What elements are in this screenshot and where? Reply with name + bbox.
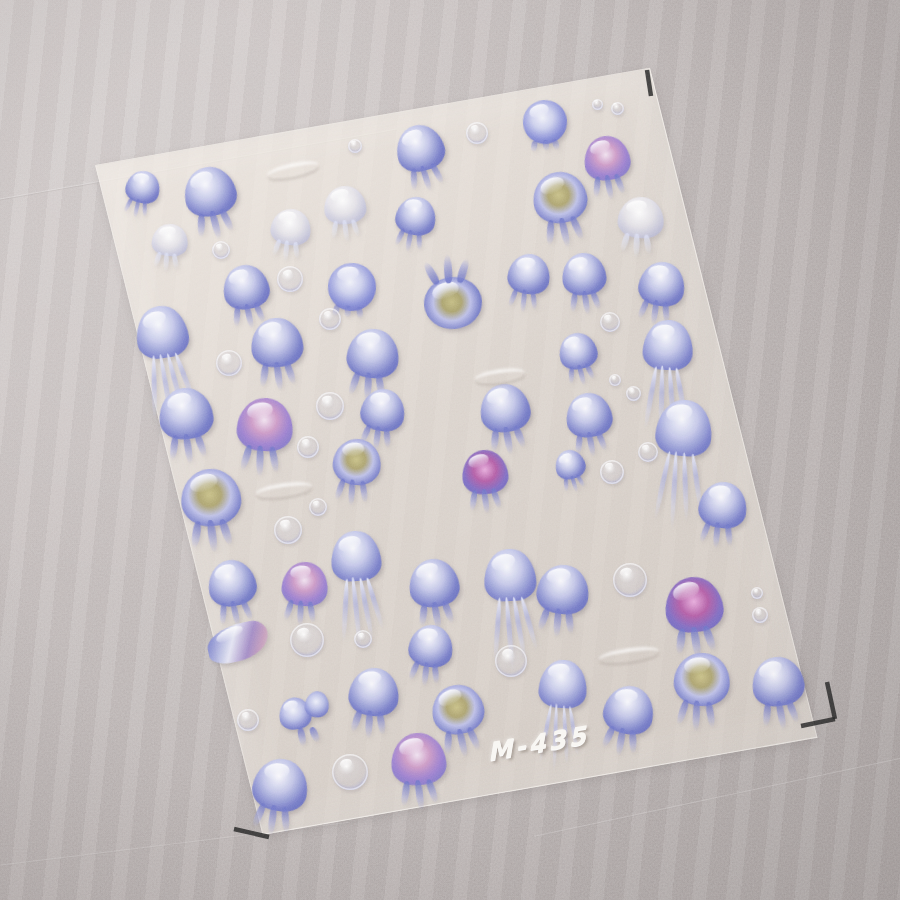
jelly-dome [466, 122, 488, 144]
jellyfish-sticker [150, 222, 189, 258]
bubble-sticker [309, 498, 327, 516]
jelly-dome [345, 327, 402, 382]
bubble-sticker [613, 563, 647, 597]
jellyfish-sticker [477, 381, 533, 435]
jelly-dome [422, 274, 484, 331]
bubble-sticker [290, 623, 324, 657]
jellyfish-sticker [345, 327, 402, 382]
jelly-dome [216, 350, 242, 376]
jellyfish-sticker [749, 654, 807, 710]
jellyfish-sticker [329, 529, 382, 582]
bubble-sticker [626, 386, 641, 401]
jelly-dome [613, 563, 647, 597]
bubble-sticker [212, 241, 230, 259]
jellyfish-sticker [636, 258, 689, 309]
bubble-sticker [319, 308, 341, 330]
jelly-dome [752, 607, 768, 623]
jellyfish-sticker [422, 274, 484, 331]
jelly-dome [388, 731, 447, 788]
jellyfish-sticker [483, 548, 538, 603]
jelly-dome [133, 303, 192, 362]
jellyfish-sticker [388, 731, 447, 788]
bubble-sticker [752, 607, 768, 623]
jellyfish-sticker [322, 184, 367, 225]
jellyfish-sticker [133, 303, 192, 362]
jelly-dome [237, 709, 259, 731]
jellyfish-sticker [460, 448, 510, 496]
bubble-sticker [297, 436, 319, 458]
jelly-dome [611, 102, 624, 115]
jellyfish-sticker [505, 251, 552, 296]
jellyfish-sticker [156, 386, 215, 443]
jelly-dome [277, 266, 303, 292]
jellyfish-sticker [331, 437, 384, 487]
jelly-dome [212, 241, 230, 259]
jellyfish-sticker [179, 466, 244, 528]
jellyfish-sticker [347, 666, 402, 718]
jelly-dome [751, 587, 763, 599]
jellyfish-sticker [560, 251, 608, 297]
jellyfish-sticker [537, 658, 588, 709]
bubble-sticker [600, 312, 620, 332]
bubble-sticker [495, 645, 527, 677]
bubble-sticker [316, 392, 344, 420]
jellyfish-sticker [600, 682, 659, 739]
jelly-dome [332, 754, 368, 790]
jelly-dome [483, 548, 538, 603]
bubble-sticker [611, 102, 624, 115]
jelly-dome [331, 437, 384, 487]
jelly-dome [235, 397, 295, 454]
jelly-dome [521, 98, 569, 146]
jelly-dome [280, 560, 330, 608]
bubble-sticker [216, 350, 242, 376]
jelly-dome [274, 516, 302, 544]
bubble-sticker [277, 266, 303, 292]
jellyfish-sticker [280, 560, 330, 608]
jellyfish-sticker [220, 261, 273, 312]
jellyfish-sticker [534, 562, 592, 617]
jelly-dome [319, 308, 341, 330]
jelly-dome [495, 645, 527, 677]
jellyfish-sticker [616, 195, 665, 240]
jellyfish-sticker [406, 622, 456, 670]
jellyfish-sticker [654, 398, 715, 459]
jellyfish-sticker [249, 316, 305, 370]
bubble-sticker [466, 122, 488, 144]
jellyfish-sticker [248, 754, 311, 815]
jelly-dome [609, 374, 621, 386]
jelly-dome [309, 498, 327, 516]
jelly-dome [329, 529, 382, 582]
jelly-dome [316, 392, 344, 420]
bubble-sticker [751, 587, 763, 599]
jellyfish-sticker [326, 261, 378, 313]
bubble-sticker [609, 374, 621, 386]
jelly-dome [600, 312, 620, 332]
jellyfish-sticker [642, 319, 695, 372]
jelly-dome [672, 651, 732, 709]
jellyfish-sticker [662, 575, 725, 636]
jelly-dome [600, 460, 624, 484]
jelly-dome [642, 319, 695, 372]
jellyfish-sticker [563, 390, 615, 440]
bubble-sticker [237, 709, 259, 731]
bubble-sticker [638, 442, 658, 462]
jellyfish-sticker [276, 686, 334, 737]
jelly-dome [592, 99, 603, 110]
bubble-sticker [274, 516, 302, 544]
jellyfish-sticker [392, 193, 439, 238]
jelly-dome [290, 623, 324, 657]
jellyfish-sticker [581, 133, 633, 183]
jelly-dome [626, 386, 641, 401]
jellyfish-sticker [529, 168, 591, 228]
jellyfish-sticker [521, 98, 569, 146]
jelly-dome [348, 139, 362, 153]
jellyfish-sticker [428, 681, 488, 739]
bubble-sticker [332, 754, 368, 790]
jellyfish-sticker [406, 556, 461, 609]
bubble-sticker [600, 460, 624, 484]
jelly-dome [654, 398, 715, 459]
jelly-dome [179, 466, 244, 528]
bubble-sticker [592, 99, 603, 110]
jellyfish-sticker [235, 397, 295, 454]
bubble-sticker [354, 630, 372, 648]
jellyfish-sticker [204, 556, 259, 609]
bubble-sticker [348, 139, 362, 153]
jellyfish-sticker [672, 651, 732, 709]
jellyfish-sticker [556, 329, 601, 372]
photo-scene: M-435 [0, 0, 900, 900]
jelly-dome [354, 630, 372, 648]
jellyfish-sticker [358, 386, 409, 435]
jellyfish-sticker [696, 479, 750, 531]
jelly-dome [638, 442, 658, 462]
jellyfish-sticker [269, 206, 314, 247]
jelly-dome [347, 666, 402, 718]
jelly-dome [297, 436, 319, 458]
jelly-dome [537, 658, 588, 709]
